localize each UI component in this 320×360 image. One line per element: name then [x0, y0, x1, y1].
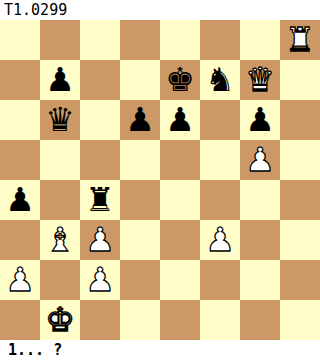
square-g2[interactable]	[240, 260, 280, 300]
square-g7[interactable]: ♛	[240, 60, 280, 100]
square-d4[interactable]	[120, 180, 160, 220]
square-f7[interactable]: ♞	[200, 60, 240, 100]
square-g4[interactable]	[240, 180, 280, 220]
square-e3[interactable]	[160, 220, 200, 260]
square-g6[interactable]: ♟	[240, 100, 280, 140]
square-f5[interactable]	[200, 140, 240, 180]
white-pawn-a2[interactable]: ♟	[5, 260, 35, 300]
square-d8[interactable]	[120, 20, 160, 60]
square-g8[interactable]	[240, 20, 280, 60]
square-h2[interactable]	[280, 260, 320, 300]
black-king-e7[interactable]: ♚	[165, 60, 195, 100]
square-f2[interactable]	[200, 260, 240, 300]
move-prompt: 1... ?	[0, 340, 320, 360]
square-d7[interactable]	[120, 60, 160, 100]
square-a2[interactable]: ♟	[0, 260, 40, 300]
square-d1[interactable]	[120, 300, 160, 340]
white-king-b1[interactable]: ♚	[45, 300, 75, 340]
square-h7[interactable]	[280, 60, 320, 100]
white-rook-h8[interactable]: ♜	[285, 20, 315, 60]
square-c7[interactable]	[80, 60, 120, 100]
white-queen-g7[interactable]: ♛	[245, 60, 275, 100]
square-c2[interactable]: ♟	[80, 260, 120, 300]
white-pawn-g5[interactable]: ♟	[245, 140, 275, 180]
square-h3[interactable]	[280, 220, 320, 260]
square-b2[interactable]	[40, 260, 80, 300]
square-b7[interactable]: ♟	[40, 60, 80, 100]
white-pawn-c3[interactable]: ♟	[85, 220, 115, 260]
square-e1[interactable]	[160, 300, 200, 340]
square-h4[interactable]	[280, 180, 320, 220]
chess-puzzle-page: T1.0299 ♜♟♚♞♛♛♟♟♟♟♟♜♝♟♟♟♟♚ 1... ?	[0, 0, 320, 360]
black-pawn-a4[interactable]: ♟	[5, 180, 35, 220]
square-d3[interactable]	[120, 220, 160, 260]
puzzle-title: T1.0299	[0, 0, 320, 20]
square-h5[interactable]	[280, 140, 320, 180]
black-pawn-d6[interactable]: ♟	[125, 100, 155, 140]
square-a8[interactable]	[0, 20, 40, 60]
square-c4[interactable]: ♜	[80, 180, 120, 220]
white-bishop-b3[interactable]: ♝	[45, 220, 75, 260]
white-pawn-c2[interactable]: ♟	[85, 260, 115, 300]
square-b5[interactable]	[40, 140, 80, 180]
square-f8[interactable]	[200, 20, 240, 60]
black-rook-c4[interactable]: ♜	[85, 180, 115, 220]
black-pawn-b7[interactable]: ♟	[45, 60, 75, 100]
square-a4[interactable]: ♟	[0, 180, 40, 220]
square-g3[interactable]	[240, 220, 280, 260]
square-b1[interactable]: ♚	[40, 300, 80, 340]
square-b4[interactable]	[40, 180, 80, 220]
square-h6[interactable]	[280, 100, 320, 140]
square-h1[interactable]	[280, 300, 320, 340]
square-b3[interactable]: ♝	[40, 220, 80, 260]
black-queen-b6[interactable]: ♛	[45, 100, 75, 140]
square-a6[interactable]	[0, 100, 40, 140]
square-b6[interactable]: ♛	[40, 100, 80, 140]
square-e4[interactable]	[160, 180, 200, 220]
square-a7[interactable]	[0, 60, 40, 100]
square-g5[interactable]: ♟	[240, 140, 280, 180]
square-f3[interactable]: ♟	[200, 220, 240, 260]
square-a5[interactable]	[0, 140, 40, 180]
white-pawn-f3[interactable]: ♟	[205, 220, 235, 260]
square-a3[interactable]	[0, 220, 40, 260]
black-pawn-g6[interactable]: ♟	[245, 100, 275, 140]
black-knight-f7[interactable]: ♞	[205, 60, 235, 100]
square-e7[interactable]: ♚	[160, 60, 200, 100]
square-e2[interactable]	[160, 260, 200, 300]
square-f1[interactable]	[200, 300, 240, 340]
square-c5[interactable]	[80, 140, 120, 180]
square-c1[interactable]	[80, 300, 120, 340]
square-e8[interactable]	[160, 20, 200, 60]
square-b8[interactable]	[40, 20, 80, 60]
square-d2[interactable]	[120, 260, 160, 300]
square-d5[interactable]	[120, 140, 160, 180]
square-e6[interactable]: ♟	[160, 100, 200, 140]
square-h8[interactable]: ♜	[280, 20, 320, 60]
square-g1[interactable]	[240, 300, 280, 340]
chess-board: ♜♟♚♞♛♛♟♟♟♟♟♜♝♟♟♟♟♚	[0, 20, 320, 340]
square-c3[interactable]: ♟	[80, 220, 120, 260]
square-e5[interactable]	[160, 140, 200, 180]
square-f6[interactable]	[200, 100, 240, 140]
square-c8[interactable]	[80, 20, 120, 60]
square-f4[interactable]	[200, 180, 240, 220]
square-a1[interactable]	[0, 300, 40, 340]
square-c6[interactable]	[80, 100, 120, 140]
square-d6[interactable]: ♟	[120, 100, 160, 140]
black-pawn-e6[interactable]: ♟	[165, 100, 195, 140]
